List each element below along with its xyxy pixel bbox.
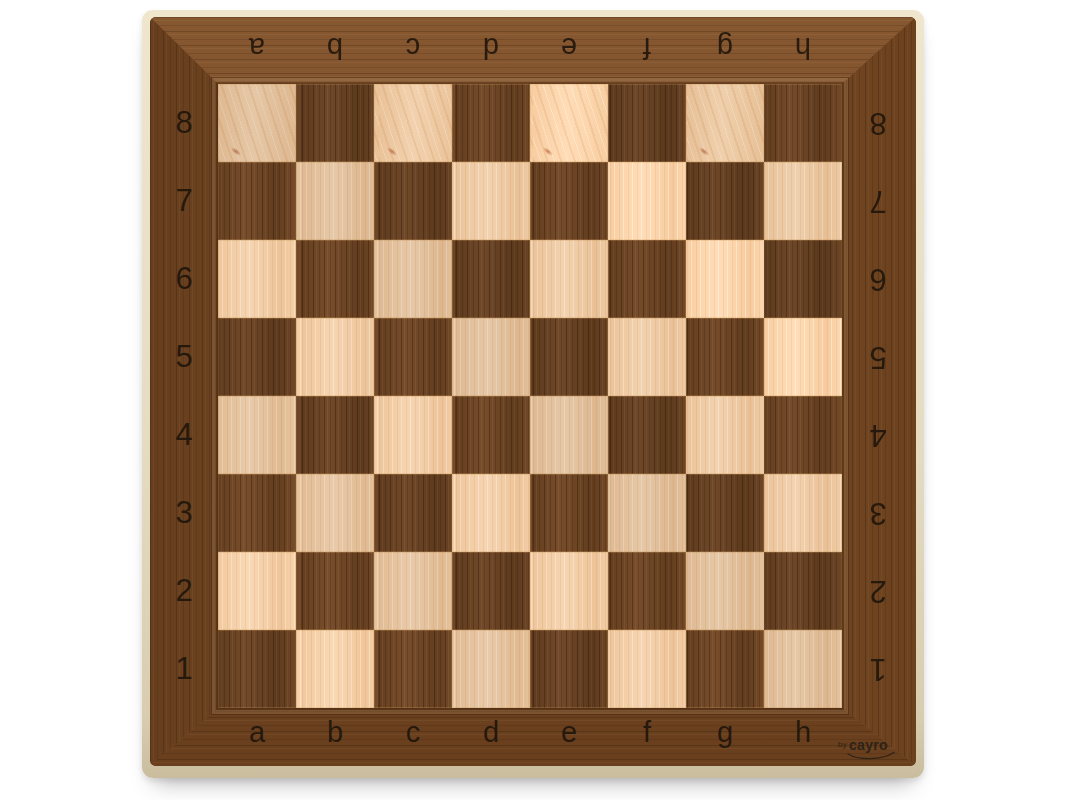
squares-grid xyxy=(218,84,842,708)
square-h3[interactable] xyxy=(764,474,842,552)
square-h7[interactable] xyxy=(764,162,842,240)
square-g1[interactable] xyxy=(686,630,764,708)
square-f2[interactable] xyxy=(608,552,686,630)
square-b2[interactable] xyxy=(296,552,374,630)
square-g4[interactable] xyxy=(686,396,764,474)
square-h6[interactable] xyxy=(764,240,842,318)
square-g6[interactable] xyxy=(686,240,764,318)
square-b6[interactable] xyxy=(296,240,374,318)
brand-prefix: by xyxy=(838,740,847,749)
square-b1[interactable] xyxy=(296,630,374,708)
board-frame: abcdefghabcdefgh8765432187654321 by cayr… xyxy=(150,17,916,766)
square-c7[interactable] xyxy=(374,162,452,240)
square-d2[interactable] xyxy=(452,552,530,630)
square-g7[interactable] xyxy=(686,162,764,240)
square-d6[interactable] xyxy=(452,240,530,318)
square-d5[interactable] xyxy=(452,318,530,396)
square-a3[interactable] xyxy=(218,474,296,552)
chess-board: abcdefghabcdefgh8765432187654321 by cayr… xyxy=(142,10,924,778)
square-g3[interactable] xyxy=(686,474,764,552)
square-e2[interactable] xyxy=(530,552,608,630)
square-g2[interactable] xyxy=(686,552,764,630)
square-b3[interactable] xyxy=(296,474,374,552)
square-f8[interactable] xyxy=(608,84,686,162)
square-f4[interactable] xyxy=(608,396,686,474)
square-e7[interactable] xyxy=(530,162,608,240)
square-f3[interactable] xyxy=(608,474,686,552)
square-a8[interactable] xyxy=(218,84,296,162)
square-e1[interactable] xyxy=(530,630,608,708)
square-h5[interactable] xyxy=(764,318,842,396)
square-c5[interactable] xyxy=(374,318,452,396)
square-b8[interactable] xyxy=(296,84,374,162)
square-h1[interactable] xyxy=(764,630,842,708)
square-a1[interactable] xyxy=(218,630,296,708)
square-a2[interactable] xyxy=(218,552,296,630)
square-c2[interactable] xyxy=(374,552,452,630)
square-h8[interactable] xyxy=(764,84,842,162)
square-e4[interactable] xyxy=(530,396,608,474)
square-a4[interactable] xyxy=(218,396,296,474)
square-h2[interactable] xyxy=(764,552,842,630)
square-c6[interactable] xyxy=(374,240,452,318)
square-f6[interactable] xyxy=(608,240,686,318)
square-f5[interactable] xyxy=(608,318,686,396)
square-d1[interactable] xyxy=(452,630,530,708)
square-e3[interactable] xyxy=(530,474,608,552)
square-b5[interactable] xyxy=(296,318,374,396)
square-d8[interactable] xyxy=(452,84,530,162)
square-f7[interactable] xyxy=(608,162,686,240)
square-e5[interactable] xyxy=(530,318,608,396)
square-a5[interactable] xyxy=(218,318,296,396)
brand-logo: by cayro xyxy=(838,738,896,762)
square-b4[interactable] xyxy=(296,396,374,474)
square-a7[interactable] xyxy=(218,162,296,240)
square-e6[interactable] xyxy=(530,240,608,318)
square-a6[interactable] xyxy=(218,240,296,318)
square-c3[interactable] xyxy=(374,474,452,552)
square-h4[interactable] xyxy=(764,396,842,474)
square-e8[interactable] xyxy=(530,84,608,162)
square-b7[interactable] xyxy=(296,162,374,240)
square-c1[interactable] xyxy=(374,630,452,708)
square-g8[interactable] xyxy=(686,84,764,162)
square-d4[interactable] xyxy=(452,396,530,474)
square-c4[interactable] xyxy=(374,396,452,474)
square-g5[interactable] xyxy=(686,318,764,396)
square-d7[interactable] xyxy=(452,162,530,240)
square-d3[interactable] xyxy=(452,474,530,552)
square-c8[interactable] xyxy=(374,84,452,162)
square-f1[interactable] xyxy=(608,630,686,708)
brand-swoosh-icon xyxy=(847,751,895,761)
